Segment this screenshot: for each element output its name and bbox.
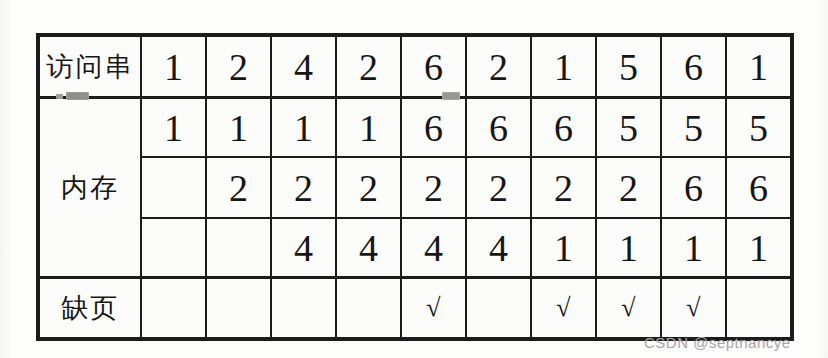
access-cell: 1 <box>531 36 596 98</box>
memory-cell: 1 <box>141 98 206 157</box>
access-cell: 5 <box>596 36 661 98</box>
memory-cell <box>206 218 271 277</box>
memory-cell: 4 <box>401 218 466 277</box>
memory-cell: 6 <box>531 98 596 157</box>
memory-cell: 6 <box>466 98 531 157</box>
memory-cell: 2 <box>531 157 596 218</box>
fault-cell: √ <box>596 277 661 338</box>
memory-cell: 1 <box>271 98 336 157</box>
scan-smudge <box>66 92 89 100</box>
fault-cell <box>141 277 206 338</box>
table-grid: 访问串 1 2 4 2 6 2 1 5 6 1 内存 1 1 1 1 6 6 6… <box>36 33 794 341</box>
scan-smudge <box>442 92 460 100</box>
fault-cell <box>271 277 336 338</box>
memory-cell: 4 <box>466 218 531 277</box>
csdn-watermark: CSDN @septnancye <box>644 334 791 351</box>
access-cell: 4 <box>271 36 336 98</box>
memory-cell: 2 <box>466 157 531 218</box>
memory-cell: 6 <box>401 98 466 157</box>
fault-cell: √ <box>661 277 726 338</box>
access-cell: 6 <box>401 36 466 98</box>
memory-cell: 1 <box>661 218 726 277</box>
access-cell: 6 <box>661 36 726 98</box>
fault-cell: √ <box>531 277 596 338</box>
memory-cell: 2 <box>206 157 271 218</box>
memory-cell: 4 <box>336 218 401 277</box>
memory-cell: 4 <box>271 218 336 277</box>
memory-cell: 5 <box>596 98 661 157</box>
memory-cell: 5 <box>726 98 791 157</box>
memory-cell <box>141 218 206 277</box>
memory-cell: 1 <box>336 98 401 157</box>
access-cell: 1 <box>141 36 206 98</box>
access-cell: 1 <box>726 36 791 98</box>
access-cell: 2 <box>336 36 401 98</box>
scan-smudge <box>56 94 63 99</box>
row-header-access: 访问串 <box>39 36 141 98</box>
memory-cell: 2 <box>336 157 401 218</box>
memory-cell: 1 <box>596 218 661 277</box>
memory-cell <box>141 157 206 218</box>
page-replacement-table: 访问串 1 2 4 2 6 2 1 5 6 1 内存 1 1 1 1 6 6 6… <box>36 33 794 341</box>
row-header-fault: 缺页 <box>39 277 141 338</box>
access-cell: 2 <box>206 36 271 98</box>
memory-cell: 6 <box>661 157 726 218</box>
fault-cell <box>336 277 401 338</box>
fault-cell <box>726 277 791 338</box>
memory-cell: 5 <box>661 98 726 157</box>
memory-cell: 6 <box>726 157 791 218</box>
row-header-memory: 内存 <box>39 98 141 277</box>
memory-cell: 1 <box>726 218 791 277</box>
fault-cell <box>206 277 271 338</box>
memory-cell: 1 <box>206 98 271 157</box>
fault-cell: √ <box>401 277 466 338</box>
fault-cell <box>466 277 531 338</box>
memory-cell: 2 <box>401 157 466 218</box>
memory-cell: 2 <box>596 157 661 218</box>
access-cell: 2 <box>466 36 531 98</box>
memory-cell: 2 <box>271 157 336 218</box>
memory-cell: 1 <box>531 218 596 277</box>
